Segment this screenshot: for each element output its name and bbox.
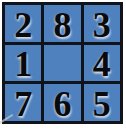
tile-label: 8: [53, 8, 71, 42]
tile-label: 4: [93, 47, 111, 81]
tile-r2c3[interactable]: 4: [84, 45, 120, 82]
tile-label: 1: [14, 47, 32, 81]
tile-label: 5: [93, 87, 111, 121]
eight-puzzle-board: 2 8 3 1 4 7 6 5: [2, 2, 123, 124]
puzzle-screenshot: 2 8 3 1 4 7 6 5: [0, 0, 126, 132]
tile-r2c1[interactable]: 1: [5, 45, 41, 82]
tile-r1c1[interactable]: 2: [5, 5, 41, 42]
tile-r1c3[interactable]: 3: [84, 5, 120, 42]
tile-r1c2[interactable]: 8: [44, 5, 80, 42]
tile-label: 3: [93, 8, 111, 42]
empty-cell-r2c2: [44, 45, 80, 82]
tile-label: 7: [14, 87, 32, 121]
tile-r3c2[interactable]: 6: [44, 84, 80, 121]
tile-label: 2: [14, 8, 32, 42]
tile-label: 6: [53, 87, 71, 121]
tile-r3c3[interactable]: 5: [84, 84, 120, 121]
